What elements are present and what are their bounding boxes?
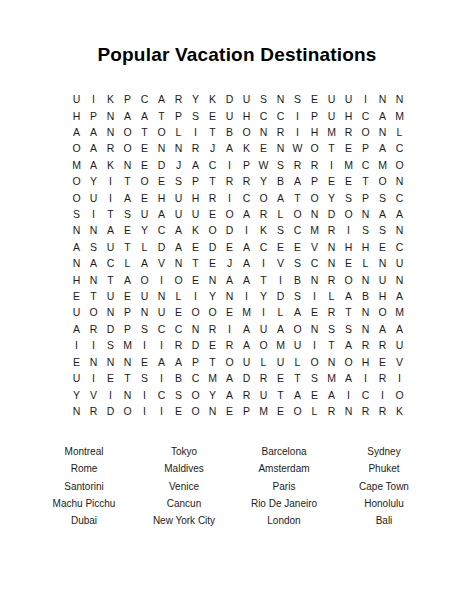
grid-cell-r5c4[interactable]: N [119, 157, 136, 173]
grid-cell-r19c8[interactable]: O [187, 386, 204, 402]
grid-cell-r7c14[interactable]: T [289, 189, 306, 205]
grid-cell-r5c12[interactable]: W [255, 157, 272, 173]
grid-cell-r9c7[interactable]: A [170, 222, 187, 238]
grid-cell-r13c18[interactable]: B [357, 288, 374, 304]
grid-cell-r17c4[interactable]: N [119, 354, 136, 370]
grid-cell-r3c16[interactable]: M [323, 124, 340, 140]
grid-cell-r5c14[interactable]: R [289, 157, 306, 173]
grid-cell-r14c18[interactable]: N [357, 304, 374, 320]
grid-cell-r8c10[interactable]: O [221, 206, 238, 222]
grid-cell-r12c1[interactable]: H [68, 271, 85, 287]
grid-cell-r6c3[interactable]: I [102, 173, 119, 189]
grid-cell-r3c1[interactable]: A [68, 124, 85, 140]
grid-cell-r15c10[interactable]: I [221, 321, 238, 337]
grid-cell-r2c16[interactable]: U [323, 107, 340, 123]
grid-cell-r7c16[interactable]: Y [323, 189, 340, 205]
grid-cell-r9c3[interactable]: A [102, 222, 119, 238]
grid-cell-r3c10[interactable]: B [221, 124, 238, 140]
grid-cell-r16c9[interactable]: E [204, 337, 221, 353]
grid-cell-r20c8[interactable]: O [187, 403, 204, 419]
grid-cell-r8c6[interactable]: A [153, 206, 170, 222]
grid-cell-r2c7[interactable]: P [170, 107, 187, 123]
grid-cell-r14c2[interactable]: O [85, 304, 102, 320]
grid-cell-r20c9[interactable]: N [204, 403, 221, 419]
grid-cell-r13c20[interactable]: A [391, 288, 408, 304]
grid-cell-r14c12[interactable]: I [255, 304, 272, 320]
grid-cell-r13c11[interactable]: I [238, 288, 255, 304]
grid-cell-r10c10[interactable]: E [221, 239, 238, 255]
grid-cell-r13c5[interactable]: U [136, 288, 153, 304]
grid-cell-r10c16[interactable]: N [323, 239, 340, 255]
grid-cell-r7c8[interactable]: H [187, 189, 204, 205]
grid-cell-r8c11[interactable]: A [238, 206, 255, 222]
grid-cell-r1c19[interactable]: N [374, 91, 391, 107]
grid-cell-r3c9[interactable]: T [204, 124, 221, 140]
grid-cell-r9c19[interactable]: S [374, 222, 391, 238]
grid-cell-r9c17[interactable]: I [340, 222, 357, 238]
grid-cell-r18c14[interactable]: T [289, 370, 306, 386]
grid-cell-r2c14[interactable]: I [289, 107, 306, 123]
grid-cell-r15c4[interactable]: P [119, 321, 136, 337]
grid-cell-r4c3[interactable]: R [102, 140, 119, 156]
grid-cell-r9c15[interactable]: M [306, 222, 323, 238]
grid-cell-r18c2[interactable]: I [85, 370, 102, 386]
grid-cell-r5c7[interactable]: J [170, 157, 187, 173]
grid-cell-r9c13[interactable]: S [272, 222, 289, 238]
grid-cell-r2c13[interactable]: C [272, 107, 289, 123]
grid-cell-r13c3[interactable]: U [102, 288, 119, 304]
grid-cell-r12c6[interactable]: I [153, 271, 170, 287]
grid-cell-r13c19[interactable]: H [374, 288, 391, 304]
grid-cell-r6c4[interactable]: T [119, 173, 136, 189]
grid-cell-r1c16[interactable]: U [323, 91, 340, 107]
grid-cell-r10c17[interactable]: H [340, 239, 357, 255]
grid-cell-r7c10[interactable]: I [221, 189, 238, 205]
grid-cell-r13c12[interactable]: Y [255, 288, 272, 304]
grid-cell-r17c8[interactable]: P [187, 354, 204, 370]
grid-cell-r2c4[interactable]: A [119, 107, 136, 123]
grid-cell-r8c14[interactable]: O [289, 206, 306, 222]
grid-cell-r15c8[interactable]: N [187, 321, 204, 337]
grid-cell-r9c20[interactable]: N [391, 222, 408, 238]
grid-cell-r19c3[interactable]: I [102, 386, 119, 402]
grid-cell-r11c17[interactable]: E [340, 255, 357, 271]
grid-cell-r9c18[interactable]: S [357, 222, 374, 238]
grid-cell-r20c15[interactable]: L [306, 403, 323, 419]
grid-cell-r18c13[interactable]: E [272, 370, 289, 386]
grid-cell-r5c19[interactable]: M [374, 157, 391, 173]
grid-cell-r13c7[interactable]: L [170, 288, 187, 304]
grid-cell-r18c12[interactable]: R [255, 370, 272, 386]
grid-cell-r12c10[interactable]: A [221, 271, 238, 287]
grid-cell-r11c1[interactable]: N [68, 255, 85, 271]
grid-cell-r1c5[interactable]: C [136, 91, 153, 107]
grid-cell-r9c14[interactable]: C [289, 222, 306, 238]
grid-cell-r16c5[interactable]: I [136, 337, 153, 353]
grid-cell-r11c4[interactable]: L [119, 255, 136, 271]
grid-cell-r14c17[interactable]: T [340, 304, 357, 320]
grid-cell-r15c7[interactable]: C [170, 321, 187, 337]
grid-cell-r5c6[interactable]: D [153, 157, 170, 173]
grid-cell-r4c20[interactable]: C [391, 140, 408, 156]
grid-cell-r17c6[interactable]: A [153, 354, 170, 370]
grid-cell-r6c16[interactable]: E [323, 173, 340, 189]
grid-cell-r11c19[interactable]: N [374, 255, 391, 271]
grid-cell-r3c19[interactable]: N [374, 124, 391, 140]
grid-cell-r7c20[interactable]: C [391, 189, 408, 205]
grid-cell-r15c16[interactable]: S [323, 321, 340, 337]
grid-cell-r7c11[interactable]: C [238, 189, 255, 205]
grid-cell-r7c12[interactable]: O [255, 189, 272, 205]
grid-cell-r12c8[interactable]: E [187, 271, 204, 287]
grid-cell-r4c12[interactable]: E [255, 140, 272, 156]
grid-cell-r13c13[interactable]: D [272, 288, 289, 304]
grid-cell-r17c18[interactable]: H [357, 354, 374, 370]
grid-cell-r1c18[interactable]: I [357, 91, 374, 107]
grid-cell-r13c2[interactable]: T [85, 288, 102, 304]
grid-cell-r8c18[interactable]: N [357, 206, 374, 222]
grid-cell-r17c3[interactable]: N [102, 354, 119, 370]
grid-cell-r5c8[interactable]: A [187, 157, 204, 173]
grid-cell-r5c3[interactable]: K [102, 157, 119, 173]
grid-cell-r2c6[interactable]: T [153, 107, 170, 123]
grid-cell-r15c9[interactable]: R [204, 321, 221, 337]
grid-cell-r13c16[interactable]: L [323, 288, 340, 304]
grid-cell-r13c14[interactable]: S [289, 288, 306, 304]
grid-cell-r10c2[interactable]: S [85, 239, 102, 255]
grid-cell-r10c14[interactable]: E [289, 239, 306, 255]
grid-cell-r3c2[interactable]: A [85, 124, 102, 140]
grid-cell-r15c20[interactable]: A [391, 321, 408, 337]
grid-cell-r12c13[interactable]: I [272, 271, 289, 287]
grid-cell-r1c2[interactable]: I [85, 91, 102, 107]
grid-cell-r4c15[interactable]: O [306, 140, 323, 156]
grid-cell-r5c10[interactable]: I [221, 157, 238, 173]
grid-cell-r10c9[interactable]: D [204, 239, 221, 255]
grid-cell-r10c5[interactable]: L [136, 239, 153, 255]
grid-cell-r14c4[interactable]: P [119, 304, 136, 320]
grid-cell-r20c10[interactable]: E [221, 403, 238, 419]
grid-cell-r4c11[interactable]: K [238, 140, 255, 156]
grid-cell-r10c4[interactable]: T [119, 239, 136, 255]
grid-cell-r19c4[interactable]: N [119, 386, 136, 402]
grid-cell-r10c12[interactable]: C [255, 239, 272, 255]
grid-cell-r3c6[interactable]: O [153, 124, 170, 140]
grid-cell-r16c18[interactable]: R [357, 337, 374, 353]
grid-cell-r14c5[interactable]: N [136, 304, 153, 320]
grid-cell-r19c16[interactable]: A [323, 386, 340, 402]
grid-cell-r14c3[interactable]: N [102, 304, 119, 320]
grid-cell-r18c16[interactable]: M [323, 370, 340, 386]
grid-cell-r4c10[interactable]: A [221, 140, 238, 156]
grid-cell-r19c17[interactable]: I [340, 386, 357, 402]
grid-cell-r1c6[interactable]: A [153, 91, 170, 107]
grid-cell-r9c5[interactable]: Y [136, 222, 153, 238]
grid-cell-r19c9[interactable]: Y [204, 386, 221, 402]
grid-cell-r16c10[interactable]: R [221, 337, 238, 353]
grid-cell-r3c11[interactable]: O [238, 124, 255, 140]
grid-cell-r4c9[interactable]: J [204, 140, 221, 156]
grid-cell-r14c15[interactable]: E [306, 304, 323, 320]
grid-cell-r2c5[interactable]: A [136, 107, 153, 123]
grid-cell-r3c13[interactable]: R [272, 124, 289, 140]
grid-cell-r17c2[interactable]: N [85, 354, 102, 370]
grid-cell-r7c18[interactable]: P [357, 189, 374, 205]
grid-cell-r19c2[interactable]: V [85, 386, 102, 402]
grid-cell-r3c7[interactable]: L [170, 124, 187, 140]
grid-cell-r7c4[interactable]: A [119, 189, 136, 205]
grid-cell-r12c9[interactable]: N [204, 271, 221, 287]
grid-cell-r14c13[interactable]: L [272, 304, 289, 320]
grid-cell-r17c1[interactable]: E [68, 354, 85, 370]
grid-cell-r2c2[interactable]: P [85, 107, 102, 123]
grid-cell-r7c5[interactable]: E [136, 189, 153, 205]
grid-cell-r19c12[interactable]: U [255, 386, 272, 402]
grid-cell-r6c2[interactable]: Y [85, 173, 102, 189]
grid-cell-r14c19[interactable]: O [374, 304, 391, 320]
grid-cell-r6c11[interactable]: R [238, 173, 255, 189]
grid-cell-r12c16[interactable]: R [323, 271, 340, 287]
grid-cell-r13c17[interactable]: A [340, 288, 357, 304]
grid-cell-r4c14[interactable]: W [289, 140, 306, 156]
grid-cell-r2c17[interactable]: H [340, 107, 357, 123]
grid-cell-r1c14[interactable]: S [289, 91, 306, 107]
grid-cell-r10c18[interactable]: H [357, 239, 374, 255]
grid-cell-r10c15[interactable]: V [306, 239, 323, 255]
grid-cell-r16c17[interactable]: A [340, 337, 357, 353]
grid-cell-r6c6[interactable]: E [153, 173, 170, 189]
grid-cell-r10c3[interactable]: U [102, 239, 119, 255]
grid-cell-r20c2[interactable]: R [85, 403, 102, 419]
grid-cell-r14c16[interactable]: R [323, 304, 340, 320]
grid-cell-r16c7[interactable]: R [170, 337, 187, 353]
grid-cell-r11c3[interactable]: C [102, 255, 119, 271]
grid-cell-r2c20[interactable]: M [391, 107, 408, 123]
grid-cell-r12c5[interactable]: O [136, 271, 153, 287]
grid-cell-r17c14[interactable]: L [289, 354, 306, 370]
grid-cell-r8c20[interactable]: A [391, 206, 408, 222]
grid-cell-r20c13[interactable]: E [272, 403, 289, 419]
grid-cell-r15c13[interactable]: A [272, 321, 289, 337]
grid-cell-r12c2[interactable]: N [85, 271, 102, 287]
grid-cell-r11c10[interactable]: J [221, 255, 238, 271]
grid-cell-r1c20[interactable]: N [391, 91, 408, 107]
grid-cell-r2c12[interactable]: C [255, 107, 272, 123]
grid-cell-r20c17[interactable]: N [340, 403, 357, 419]
grid-cell-r11c8[interactable]: T [187, 255, 204, 271]
grid-cell-r6c20[interactable]: N [391, 173, 408, 189]
grid-cell-r9c11[interactable]: I [238, 222, 255, 238]
grid-cell-r12c15[interactable]: N [306, 271, 323, 287]
grid-cell-r16c4[interactable]: M [119, 337, 136, 353]
grid-cell-r5c11[interactable]: P [238, 157, 255, 173]
grid-cell-r4c19[interactable]: A [374, 140, 391, 156]
grid-cell-r19c6[interactable]: C [153, 386, 170, 402]
grid-cell-r1c10[interactable]: D [221, 91, 238, 107]
grid-cell-r9c6[interactable]: C [153, 222, 170, 238]
grid-cell-r8c3[interactable]: T [102, 206, 119, 222]
grid-cell-r11c7[interactable]: N [170, 255, 187, 271]
grid-cell-r16c6[interactable]: I [153, 337, 170, 353]
grid-cell-r6c12[interactable]: Y [255, 173, 272, 189]
grid-cell-r16c20[interactable]: U [391, 337, 408, 353]
grid-cell-r15c6[interactable]: C [153, 321, 170, 337]
grid-cell-r4c4[interactable]: O [119, 140, 136, 156]
grid-cell-r9c16[interactable]: R [323, 222, 340, 238]
grid-cell-r5c17[interactable]: M [340, 157, 357, 173]
grid-cell-r3c20[interactable]: L [391, 124, 408, 140]
grid-cell-r18c15[interactable]: S [306, 370, 323, 386]
grid-cell-r20c11[interactable]: P [238, 403, 255, 419]
grid-cell-r4c18[interactable]: P [357, 140, 374, 156]
grid-cell-r3c3[interactable]: N [102, 124, 119, 140]
grid-cell-r8c13[interactable]: L [272, 206, 289, 222]
grid-cell-r20c18[interactable]: R [357, 403, 374, 419]
grid-cell-r4c17[interactable]: E [340, 140, 357, 156]
grid-cell-r7c1[interactable]: O [68, 189, 85, 205]
grid-cell-r3c5[interactable]: T [136, 124, 153, 140]
grid-cell-r16c15[interactable]: I [306, 337, 323, 353]
grid-cell-r8c9[interactable]: E [204, 206, 221, 222]
grid-cell-r3c12[interactable]: N [255, 124, 272, 140]
grid-cell-r13c10[interactable]: N [221, 288, 238, 304]
grid-cell-r19c5[interactable]: I [136, 386, 153, 402]
grid-cell-r5c15[interactable]: R [306, 157, 323, 173]
grid-cell-r18c8[interactable]: C [187, 370, 204, 386]
grid-cell-r20c16[interactable]: R [323, 403, 340, 419]
grid-cell-r17c17[interactable]: O [340, 354, 357, 370]
grid-cell-r15c5[interactable]: S [136, 321, 153, 337]
grid-cell-r19c19[interactable]: I [374, 386, 391, 402]
grid-cell-r20c4[interactable]: O [119, 403, 136, 419]
grid-cell-r20c14[interactable]: O [289, 403, 306, 419]
grid-cell-r10c8[interactable]: E [187, 239, 204, 255]
grid-cell-r12c12[interactable]: T [255, 271, 272, 287]
grid-cell-r11c16[interactable]: N [323, 255, 340, 271]
grid-cell-r18c3[interactable]: E [102, 370, 119, 386]
grid-cell-r11c14[interactable]: S [289, 255, 306, 271]
grid-cell-r12c18[interactable]: N [357, 271, 374, 287]
grid-cell-r16c8[interactable]: D [187, 337, 204, 353]
grid-cell-r6c17[interactable]: E [340, 173, 357, 189]
grid-cell-r17c5[interactable]: E [136, 354, 153, 370]
grid-cell-r9c9[interactable]: O [204, 222, 221, 238]
grid-cell-r19c7[interactable]: S [170, 386, 187, 402]
grid-cell-r17c9[interactable]: T [204, 354, 221, 370]
grid-cell-r7c19[interactable]: S [374, 189, 391, 205]
grid-cell-r11c13[interactable]: V [272, 255, 289, 271]
grid-cell-r9c1[interactable]: N [68, 222, 85, 238]
grid-cell-r19c11[interactable]: R [238, 386, 255, 402]
grid-cell-r2c18[interactable]: C [357, 107, 374, 123]
grid-cell-r1c8[interactable]: Y [187, 91, 204, 107]
grid-cell-r18c19[interactable]: R [374, 370, 391, 386]
grid-cell-r1c9[interactable]: K [204, 91, 221, 107]
grid-cell-r7c13[interactable]: A [272, 189, 289, 205]
grid-cell-r12c3[interactable]: T [102, 271, 119, 287]
grid-cell-r8c16[interactable]: D [323, 206, 340, 222]
grid-cell-r20c7[interactable]: E [170, 403, 187, 419]
grid-cell-r19c14[interactable]: A [289, 386, 306, 402]
grid-cell-r3c4[interactable]: O [119, 124, 136, 140]
grid-cell-r6c19[interactable]: O [374, 173, 391, 189]
grid-cell-r18c5[interactable]: S [136, 370, 153, 386]
grid-cell-r6c15[interactable]: P [306, 173, 323, 189]
grid-cell-r7c6[interactable]: H [153, 189, 170, 205]
grid-cell-r8c12[interactable]: R [255, 206, 272, 222]
grid-cell-r3c18[interactable]: O [357, 124, 374, 140]
grid-cell-r2c15[interactable]: P [306, 107, 323, 123]
grid-cell-r17c15[interactable]: O [306, 354, 323, 370]
grid-cell-r18c10[interactable]: A [221, 370, 238, 386]
grid-cell-r4c5[interactable]: E [136, 140, 153, 156]
grid-cell-r11c9[interactable]: E [204, 255, 221, 271]
grid-cell-r7c17[interactable]: S [340, 189, 357, 205]
grid-cell-r19c18[interactable]: C [357, 386, 374, 402]
grid-cell-r2c19[interactable]: A [374, 107, 391, 123]
grid-cell-r7c9[interactable]: R [204, 189, 221, 205]
grid-cell-r20c20[interactable]: K [391, 403, 408, 419]
grid-cell-r19c13[interactable]: T [272, 386, 289, 402]
grid-cell-r11c5[interactable]: A [136, 255, 153, 271]
grid-cell-r18c11[interactable]: D [238, 370, 255, 386]
grid-cell-r17c10[interactable]: O [221, 354, 238, 370]
grid-cell-r18c4[interactable]: T [119, 370, 136, 386]
grid-cell-r15c3[interactable]: D [102, 321, 119, 337]
grid-cell-r3c17[interactable]: R [340, 124, 357, 140]
grid-cell-r8c7[interactable]: U [170, 206, 187, 222]
grid-cell-r4c1[interactable]: O [68, 140, 85, 156]
grid-cell-r4c8[interactable]: R [187, 140, 204, 156]
grid-cell-r10c7[interactable]: A [170, 239, 187, 255]
grid-cell-r6c9[interactable]: T [204, 173, 221, 189]
grid-cell-r5c20[interactable]: O [391, 157, 408, 173]
grid-cell-r16c2[interactable]: I [85, 337, 102, 353]
grid-cell-r18c18[interactable]: I [357, 370, 374, 386]
grid-cell-r16c16[interactable]: T [323, 337, 340, 353]
grid-cell-r12c4[interactable]: A [119, 271, 136, 287]
grid-cell-r19c1[interactable]: Y [68, 386, 85, 402]
grid-cell-r15c12[interactable]: U [255, 321, 272, 337]
grid-cell-r17c20[interactable]: V [391, 354, 408, 370]
grid-cell-r18c20[interactable]: I [391, 370, 408, 386]
grid-cell-r6c18[interactable]: T [357, 173, 374, 189]
grid-cell-r14c7[interactable]: E [170, 304, 187, 320]
grid-cell-r7c7[interactable]: U [170, 189, 187, 205]
grid-cell-r8c15[interactable]: N [306, 206, 323, 222]
grid-cell-r1c13[interactable]: N [272, 91, 289, 107]
grid-cell-r15c1[interactable]: A [68, 321, 85, 337]
grid-cell-r13c6[interactable]: N [153, 288, 170, 304]
grid-cell-r2c11[interactable]: H [238, 107, 255, 123]
grid-cell-r1c1[interactable]: U [68, 91, 85, 107]
grid-cell-r17c13[interactable]: U [272, 354, 289, 370]
grid-cell-r1c4[interactable]: P [119, 91, 136, 107]
grid-cell-r1c7[interactable]: R [170, 91, 187, 107]
grid-cell-r15c2[interactable]: R [85, 321, 102, 337]
grid-cell-r16c13[interactable]: M [272, 337, 289, 353]
grid-cell-r4c7[interactable]: N [170, 140, 187, 156]
grid-cell-r9c12[interactable]: K [255, 222, 272, 238]
grid-cell-r19c15[interactable]: E [306, 386, 323, 402]
grid-cell-r15c19[interactable]: A [374, 321, 391, 337]
grid-cell-r16c3[interactable]: S [102, 337, 119, 353]
grid-cell-r17c11[interactable]: U [238, 354, 255, 370]
grid-cell-r20c12[interactable]: M [255, 403, 272, 419]
grid-cell-r5c2[interactable]: A [85, 157, 102, 173]
grid-cell-r20c5[interactable]: I [136, 403, 153, 419]
grid-cell-r20c19[interactable]: R [374, 403, 391, 419]
